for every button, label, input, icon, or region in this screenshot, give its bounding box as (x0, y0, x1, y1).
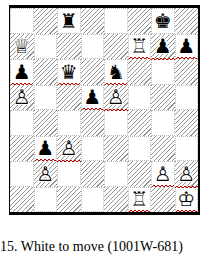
square-h2[interactable]: ♙ (175, 161, 199, 187)
black-knight-e6: ♞ (107, 62, 125, 82)
square-b2[interactable]: ♙ (34, 161, 58, 187)
square-a5[interactable]: ♙ (10, 85, 34, 111)
square-a6[interactable]: ♟ (10, 59, 34, 85)
square-f3[interactable] (128, 136, 152, 162)
black-king-g8: ♚ (154, 11, 172, 31)
spellcheck-squiggle-c6 (58, 83, 80, 86)
black-rook-c8: ♜ (60, 11, 78, 31)
spellcheck-squiggle-b3 (35, 159, 57, 162)
square-g3[interactable] (151, 136, 175, 162)
black-pawn-a6: ♟ (13, 62, 31, 82)
square-h6[interactable] (175, 59, 199, 85)
spellcheck-squiggle-d5 (82, 108, 104, 111)
white-pawn-a5: ♙ (13, 87, 31, 107)
square-c1[interactable] (57, 187, 81, 213)
square-e8[interactable] (104, 8, 128, 34)
square-d2[interactable] (81, 161, 105, 187)
square-g1[interactable] (151, 187, 175, 213)
spellcheck-squiggle-e5 (104, 109, 128, 112)
square-f6[interactable] (128, 59, 152, 85)
square-f1[interactable]: ♖ (128, 187, 152, 213)
square-e5[interactable]: ♙ (104, 85, 128, 111)
square-a7[interactable]: ♕ (10, 34, 34, 60)
spellcheck-squiggle-e6 (105, 83, 127, 86)
white-pawn-e5: ♙ (107, 87, 125, 107)
white-queen-a7: ♕ (13, 36, 31, 56)
square-c2[interactable] (57, 161, 81, 187)
square-a1[interactable] (10, 187, 34, 213)
square-f4[interactable] (128, 110, 152, 136)
square-g8[interactable]: ♚ (151, 8, 175, 34)
square-e7[interactable] (104, 34, 128, 60)
square-a3[interactable] (10, 136, 34, 162)
square-g2[interactable]: ♙ (151, 161, 175, 187)
square-b7[interactable] (34, 34, 58, 60)
square-b4[interactable] (34, 110, 58, 136)
white-pawn-g2: ♙ (154, 164, 172, 184)
square-a8[interactable] (10, 8, 34, 34)
square-f2[interactable] (128, 161, 152, 187)
square-b6[interactable] (34, 59, 58, 85)
diagram-caption: 15. White to move (1001W-681) (0, 239, 209, 255)
spellcheck-squiggle-g7 (151, 58, 175, 61)
spellcheck-squiggle-h1 (176, 210, 198, 213)
black-queen-c6: ♛ (60, 62, 78, 82)
square-f7[interactable]: ♖ (128, 34, 152, 60)
square-g5[interactable] (151, 85, 175, 111)
spellcheck-squiggle-h7 (176, 57, 198, 60)
square-h3[interactable] (175, 136, 199, 162)
square-c4[interactable] (57, 110, 81, 136)
square-c7[interactable] (57, 34, 81, 60)
spellcheck-squiggle-g2 (152, 185, 174, 188)
square-g4[interactable] (151, 110, 175, 136)
black-pawn-b3: ♟ (36, 138, 54, 158)
square-c5[interactable] (57, 85, 81, 111)
square-h5[interactable] (175, 85, 199, 111)
square-d8[interactable] (81, 8, 105, 34)
square-e2[interactable] (104, 161, 128, 187)
square-h4[interactable] (175, 110, 199, 136)
square-b1[interactable] (34, 187, 58, 213)
spellcheck-squiggle-f1 (129, 210, 151, 213)
square-e3[interactable] (104, 136, 128, 162)
white-rook-f7: ♖ (130, 36, 148, 56)
board-grid: ♜♚♕♖♟♟♟♛♞♙♟♙♟♙♙♙♙♖♔ (10, 8, 198, 212)
white-pawn-c3: ♙ (60, 138, 78, 158)
chess-board: ♜♚♕♖♟♟♟♛♞♙♟♙♟♙♙♙♙♖♔ (9, 5, 200, 215)
square-f8[interactable] (128, 8, 152, 34)
square-h7[interactable]: ♟ (175, 34, 199, 60)
white-king-h1: ♔ (177, 189, 195, 209)
white-pawn-h2: ♙ (177, 164, 195, 184)
square-g6[interactable] (151, 59, 175, 85)
square-h8[interactable] (175, 8, 199, 34)
black-pawn-d5: ♟ (83, 87, 101, 107)
square-d5[interactable]: ♟ (81, 85, 105, 111)
square-b3[interactable]: ♟ (34, 136, 58, 162)
square-d6[interactable] (81, 59, 105, 85)
spellcheck-squiggle-a6 (11, 83, 33, 86)
square-h1[interactable]: ♔ (175, 187, 199, 213)
square-b5[interactable] (34, 85, 58, 111)
square-d3[interactable] (81, 136, 105, 162)
square-e1[interactable] (104, 187, 128, 213)
square-d7[interactable] (81, 34, 105, 60)
square-a2[interactable] (10, 161, 34, 187)
black-pawn-g7: ♟ (154, 36, 172, 56)
white-rook-f1: ♖ (130, 189, 148, 209)
spellcheck-squiggle-f7 (129, 57, 151, 60)
black-pawn-h7: ♟ (177, 36, 195, 56)
square-e6[interactable]: ♞ (104, 59, 128, 85)
spellcheck-squiggle-h2 (175, 186, 199, 189)
white-pawn-b2: ♙ (36, 164, 54, 184)
square-a4[interactable] (10, 110, 34, 136)
square-c3[interactable]: ♙ (57, 136, 81, 162)
square-b8[interactable] (34, 8, 58, 34)
square-g7[interactable]: ♟ (151, 34, 175, 60)
square-d1[interactable] (81, 187, 105, 213)
square-e4[interactable] (104, 110, 128, 136)
square-c8[interactable]: ♜ (57, 8, 81, 34)
square-d4[interactable] (81, 110, 105, 136)
square-f5[interactable] (128, 85, 152, 111)
square-c6[interactable]: ♛ (57, 59, 81, 85)
spellcheck-squiggle-c3 (57, 160, 81, 163)
